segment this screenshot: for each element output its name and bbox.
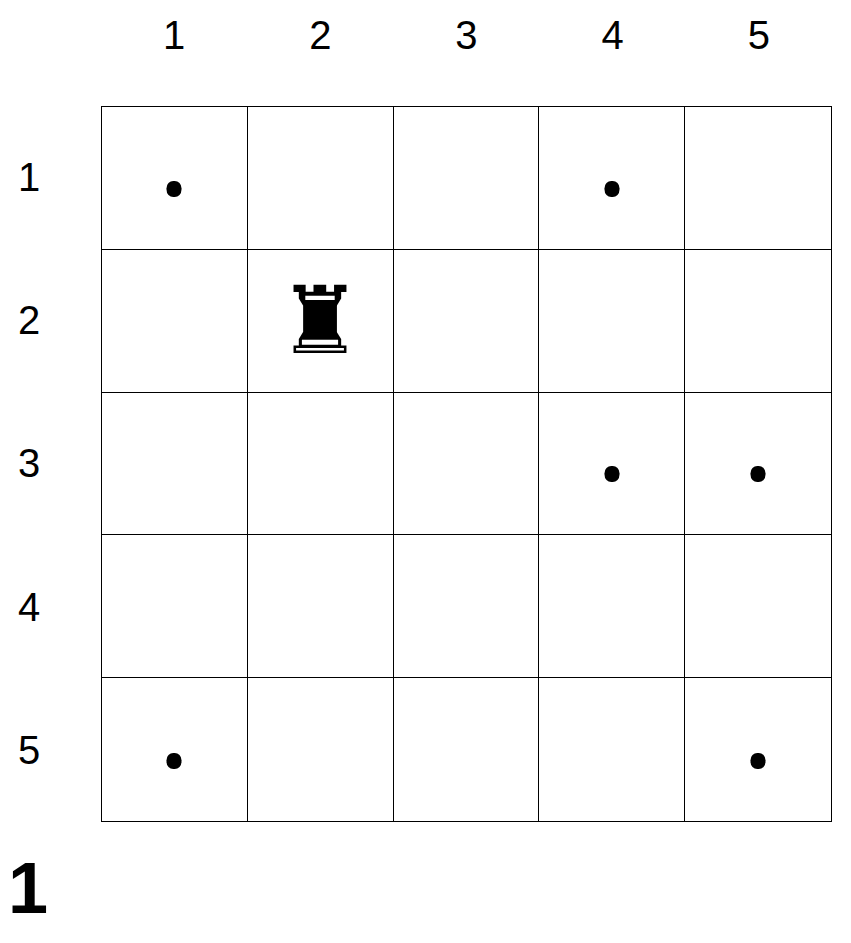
cell-r4c3[interactable] — [394, 535, 540, 678]
col-label-4: 4 — [540, 10, 686, 60]
cell-r5c3[interactable] — [394, 678, 540, 821]
cell-r5c2[interactable] — [248, 678, 394, 821]
cell-r4c2[interactable] — [248, 535, 394, 678]
dot-marker — [751, 753, 766, 769]
puzzle-board: ♜ — [101, 106, 832, 822]
cell-r3c2[interactable] — [248, 393, 394, 536]
cell-r2c4[interactable] — [539, 250, 685, 393]
column-labels: 12345 — [101, 10, 832, 60]
cell-r1c5[interactable] — [685, 107, 831, 250]
cell-r1c2[interactable] — [248, 107, 394, 250]
row-label-3: 3 — [0, 392, 58, 535]
cell-r3c3[interactable] — [394, 393, 540, 536]
cell-r1c1[interactable] — [102, 107, 248, 250]
cell-r3c5[interactable] — [685, 393, 831, 536]
cell-r1c4[interactable] — [539, 107, 685, 250]
col-label-3: 3 — [393, 10, 539, 60]
cell-r2c5[interactable] — [685, 250, 831, 393]
cell-r2c1[interactable] — [102, 250, 248, 393]
puzzle-canvas: 12345 12345 ♜ 1 — [0, 0, 851, 943]
dot-marker — [167, 753, 182, 769]
col-label-5: 5 — [686, 10, 832, 60]
cell-r4c1[interactable] — [102, 535, 248, 678]
cell-r2c2[interactable]: ♜ — [248, 250, 394, 393]
dot-marker — [167, 181, 182, 197]
cell-r2c3[interactable] — [394, 250, 540, 393]
dot-marker — [751, 466, 766, 482]
row-labels: 12345 — [0, 106, 58, 822]
puzzle-number: 1 — [8, 852, 48, 924]
cell-r4c4[interactable] — [539, 535, 685, 678]
black-rook-piece: ♜ — [278, 274, 362, 368]
col-label-2: 2 — [247, 10, 393, 60]
row-label-2: 2 — [0, 249, 58, 392]
row-label-4: 4 — [0, 536, 58, 679]
col-label-1: 1 — [101, 10, 247, 60]
cell-r5c1[interactable] — [102, 678, 248, 821]
row-label-5: 5 — [0, 679, 58, 822]
cell-r4c5[interactable] — [685, 535, 831, 678]
dot-marker — [604, 181, 619, 197]
cell-r5c5[interactable] — [685, 678, 831, 821]
row-label-1: 1 — [0, 106, 58, 249]
dot-marker — [604, 466, 619, 482]
cell-r3c1[interactable] — [102, 393, 248, 536]
cell-r3c4[interactable] — [539, 393, 685, 536]
cell-r1c3[interactable] — [394, 107, 540, 250]
cell-r5c4[interactable] — [539, 678, 685, 821]
